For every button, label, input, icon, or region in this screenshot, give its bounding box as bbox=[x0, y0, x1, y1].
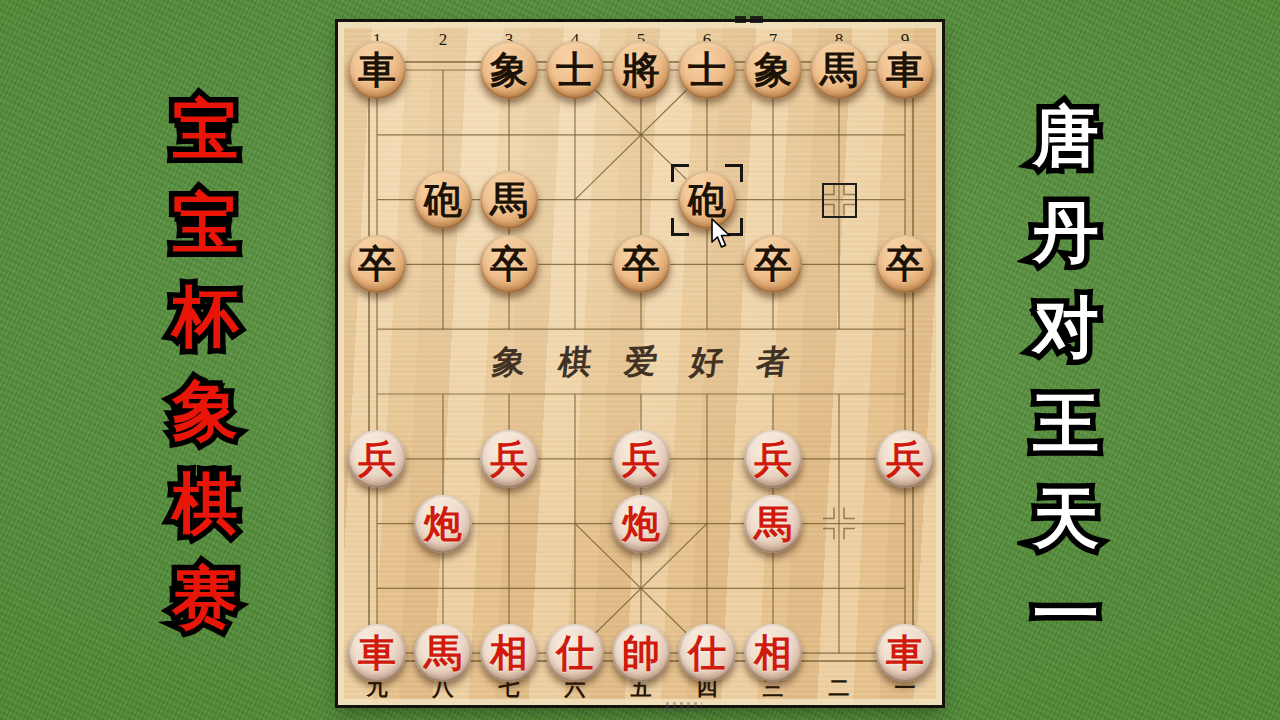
piece-black-砲-file6[interactable]: 砲 bbox=[678, 171, 736, 229]
banner-char-fill: 杯 bbox=[150, 270, 260, 364]
piece-red-兵-file7[interactable]: 兵 bbox=[744, 430, 802, 488]
banner-char: 丹丹 bbox=[1011, 186, 1121, 280]
banner-char-fill: 宝 bbox=[150, 83, 260, 177]
clipped-ui-fragment-top bbox=[735, 16, 763, 23]
piece-red-仕-file6[interactable]: 仕 bbox=[678, 624, 736, 682]
piece-black-卒-file1[interactable]: 卒 bbox=[348, 235, 406, 293]
banner-char: 宝宝 bbox=[150, 177, 260, 271]
piece-black-馬-file8[interactable]: 馬 bbox=[810, 41, 868, 99]
piece-red-兵-file9[interactable]: 兵 bbox=[876, 430, 934, 488]
piece-black-象-file3[interactable]: 象 bbox=[480, 41, 538, 99]
piece-black-卒-file5[interactable]: 卒 bbox=[612, 235, 670, 293]
banner-char-fill: 宝 bbox=[150, 177, 260, 271]
piece-black-卒-file7[interactable]: 卒 bbox=[744, 235, 802, 293]
piece-red-相-file7[interactable]: 相 bbox=[744, 624, 802, 682]
piece-red-車-file1[interactable]: 車 bbox=[348, 624, 406, 682]
banner-char-fill: 王 bbox=[1011, 377, 1121, 471]
banner-char-fill: 象 bbox=[150, 364, 260, 458]
piece-red-帥-file5[interactable]: 帥 bbox=[612, 624, 670, 682]
piece-black-士-file6[interactable]: 士 bbox=[678, 41, 736, 99]
piece-red-兵-file1[interactable]: 兵 bbox=[348, 430, 406, 488]
video-frame: 宝宝宝宝杯杯象象棋棋赛赛 唐唐丹丹对对王王天天一一 123456789 九八七六… bbox=[0, 0, 1280, 720]
coordinate-label: 2 bbox=[430, 30, 456, 50]
banner-char-fill: 天 bbox=[1011, 472, 1121, 566]
banner-char: 王王 bbox=[1011, 377, 1121, 471]
banner-char-fill: 丹 bbox=[1011, 186, 1121, 280]
river-inscription-char: 象 bbox=[486, 339, 533, 384]
river-inscription-char: 爱 bbox=[618, 339, 665, 384]
banner-char: 宝宝 bbox=[150, 83, 260, 177]
piece-black-象-file7[interactable]: 象 bbox=[744, 41, 802, 99]
piece-black-車-file1[interactable]: 車 bbox=[348, 41, 406, 99]
piece-red-兵-file5[interactable]: 兵 bbox=[612, 430, 670, 488]
piece-black-卒-file9[interactable]: 卒 bbox=[876, 235, 934, 293]
piece-red-炮-file2[interactable]: 炮 bbox=[414, 495, 472, 553]
piece-red-馬-file7[interactable]: 馬 bbox=[744, 495, 802, 553]
piece-red-炮-file5[interactable]: 炮 bbox=[612, 495, 670, 553]
piece-red-兵-file3[interactable]: 兵 bbox=[480, 430, 538, 488]
coordinate-label: 二 bbox=[826, 674, 852, 702]
banner-char: 象象 bbox=[150, 364, 260, 458]
banner-char: 棋棋 bbox=[150, 457, 260, 551]
banner-char-fill: 一 bbox=[1011, 568, 1121, 662]
piece-black-卒-file3[interactable]: 卒 bbox=[480, 235, 538, 293]
xiangqi-board[interactable]: 123456789 九八七六五四三二一 象棋爱好者 車象士將士象馬車砲馬砲卒卒卒… bbox=[338, 22, 942, 705]
piece-black-砲-file2[interactable]: 砲 bbox=[414, 171, 472, 229]
piece-red-馬-file2[interactable]: 馬 bbox=[414, 624, 472, 682]
banner-char-fill: 赛 bbox=[150, 551, 260, 645]
clipped-ui-fragment-bottom bbox=[666, 702, 702, 712]
last-move-origin-marker bbox=[822, 183, 857, 218]
river-inscription-char: 好 bbox=[684, 339, 731, 384]
river-inscription-char: 棋 bbox=[552, 339, 599, 384]
banner-char: 天天 bbox=[1011, 472, 1121, 566]
banner-char: 唐唐 bbox=[1011, 90, 1121, 184]
banner-char: 对对 bbox=[1011, 281, 1121, 375]
piece-black-車-file9[interactable]: 車 bbox=[876, 41, 934, 99]
river-inscription-char: 者 bbox=[750, 339, 797, 384]
banner-char-fill: 唐 bbox=[1011, 90, 1121, 184]
piece-red-相-file3[interactable]: 相 bbox=[480, 624, 538, 682]
piece-red-仕-file4[interactable]: 仕 bbox=[546, 624, 604, 682]
banner-char-fill: 棋 bbox=[150, 457, 260, 551]
piece-black-將-file5[interactable]: 將 bbox=[612, 41, 670, 99]
banner-char: 杯杯 bbox=[150, 270, 260, 364]
banner-char: 赛赛 bbox=[150, 551, 260, 645]
piece-black-士-file4[interactable]: 士 bbox=[546, 41, 604, 99]
banner-char: 一一 bbox=[1011, 568, 1121, 662]
piece-red-車-file9[interactable]: 車 bbox=[876, 624, 934, 682]
piece-black-馬-file3[interactable]: 馬 bbox=[480, 171, 538, 229]
banner-char-fill: 对 bbox=[1011, 281, 1121, 375]
